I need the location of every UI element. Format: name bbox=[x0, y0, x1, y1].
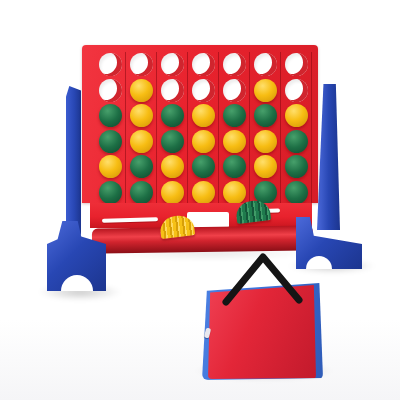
empty-hole bbox=[188, 52, 219, 78]
disc-green bbox=[281, 154, 312, 180]
empty-hole bbox=[188, 78, 219, 104]
board-grid bbox=[95, 52, 312, 205]
empty-hole bbox=[281, 52, 312, 78]
disc-green bbox=[219, 103, 250, 129]
empty-hole bbox=[126, 52, 157, 78]
disc-green bbox=[95, 103, 126, 129]
disc-green bbox=[219, 154, 250, 180]
disc-yellow bbox=[219, 129, 250, 155]
disc-green bbox=[188, 154, 219, 180]
disc-tray bbox=[90, 203, 312, 228]
right-leg-post bbox=[317, 84, 340, 230]
game-board bbox=[82, 45, 318, 203]
disc-yellow bbox=[250, 154, 281, 180]
disc-yellow bbox=[281, 103, 312, 129]
disc-green bbox=[157, 103, 188, 129]
empty-hole bbox=[95, 78, 126, 104]
disc-yellow bbox=[126, 78, 157, 104]
disc-yellow bbox=[188, 103, 219, 129]
left-leg-post bbox=[66, 86, 81, 236]
empty-hole bbox=[157, 52, 188, 78]
disc-yellow bbox=[188, 180, 219, 206]
disc-yellow bbox=[250, 129, 281, 155]
disc-green bbox=[250, 103, 281, 129]
disc-yellow bbox=[126, 129, 157, 155]
disc-green bbox=[157, 129, 188, 155]
tray-slot-left bbox=[102, 217, 158, 222]
empty-hole bbox=[95, 52, 126, 78]
disc-yellow bbox=[95, 154, 126, 180]
disc-green bbox=[126, 180, 157, 206]
empty-hole bbox=[281, 78, 312, 104]
disc-green bbox=[95, 129, 126, 155]
disc-yellow bbox=[188, 129, 219, 155]
empty-hole bbox=[219, 52, 250, 78]
empty-hole bbox=[219, 78, 250, 104]
disc-yellow bbox=[250, 78, 281, 104]
disc-green bbox=[126, 154, 157, 180]
product-photo bbox=[0, 0, 400, 400]
disc-green bbox=[281, 129, 312, 155]
bag-handle-straps bbox=[200, 248, 330, 308]
disc-green bbox=[281, 180, 312, 206]
disc-green bbox=[95, 180, 126, 206]
empty-hole bbox=[250, 52, 281, 78]
empty-hole bbox=[157, 78, 188, 104]
disc-yellow bbox=[157, 180, 188, 206]
disc-yellow bbox=[126, 103, 157, 129]
disc-yellow bbox=[157, 154, 188, 180]
